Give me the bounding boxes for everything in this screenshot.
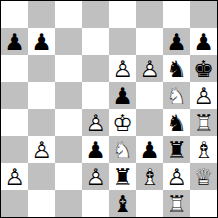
piece-white-pawn[interactable]: ♟♙ [136,55,163,82]
square-b6[interactable] [28,55,55,82]
piece-black-pawn[interactable]: ♟ [136,136,163,163]
square-d4[interactable]: ♟♙ [82,109,109,136]
square-f7[interactable] [136,28,163,55]
piece-glyph: ♙ [1,163,28,190]
piece-black-pawn[interactable]: ♟ [109,82,136,109]
piece-glyph: ♙ [190,82,217,109]
square-a1[interactable] [1,190,28,217]
square-g1[interactable]: ♜♖ [163,190,190,217]
square-f2[interactable]: ♝♗ [136,163,163,190]
square-h1[interactable] [190,190,217,217]
piece-black-bishop[interactable]: ♝ [109,190,136,217]
square-h3[interactable]: ♝♗ [190,136,217,163]
square-g4[interactable]: ♞ [163,109,190,136]
piece-glyph: ♘ [109,136,136,163]
piece-black-rook[interactable]: ♜ [109,163,136,190]
piece-glyph: ♘ [163,82,190,109]
square-d2[interactable]: ♟♙ [82,163,109,190]
square-a8[interactable] [1,1,28,28]
square-f3[interactable]: ♟ [136,136,163,163]
piece-black-pawn[interactable]: ♟ [28,28,55,55]
piece-black-knight[interactable]: ♞ [163,109,190,136]
square-a3[interactable] [1,136,28,163]
piece-white-pawn[interactable]: ♟♙ [28,136,55,163]
piece-black-pawn[interactable]: ♟ [163,28,190,55]
square-d6[interactable] [82,55,109,82]
piece-glyph: ♖ [163,190,190,217]
piece-glyph: ♕ [190,163,217,190]
square-f5[interactable] [136,82,163,109]
piece-glyph: ♔ [109,109,136,136]
square-e8[interactable] [109,1,136,28]
square-e6[interactable]: ♟♙ [109,55,136,82]
square-g5[interactable]: ♞♘ [163,82,190,109]
square-e7[interactable] [109,28,136,55]
square-a4[interactable] [1,109,28,136]
square-d1[interactable] [82,190,109,217]
square-e1[interactable]: ♝ [109,190,136,217]
square-h5[interactable]: ♟♙ [190,82,217,109]
square-b3[interactable]: ♟♙ [28,136,55,163]
square-f1[interactable] [136,190,163,217]
square-h2[interactable]: ♛♕ [190,163,217,190]
square-c1[interactable] [55,190,82,217]
square-e3[interactable]: ♞♘ [109,136,136,163]
square-e2[interactable]: ♜ [109,163,136,190]
piece-white-rook[interactable]: ♜♖ [163,190,190,217]
square-b5[interactable] [28,82,55,109]
square-d7[interactable] [82,28,109,55]
piece-black-pawn[interactable]: ♟ [1,28,28,55]
piece-white-knight[interactable]: ♞♘ [109,136,136,163]
square-f4[interactable] [136,109,163,136]
square-h4[interactable]: ♜♖ [190,109,217,136]
chess-board: ♟♟♟♟♟♙♟♙♞♚♟♞♘♟♙♟♙♚♔♞♜♖♟♙♟♞♘♟♜♝♗♟♙♟♙♜♝♗♟♙… [0,0,218,218]
square-f6[interactable]: ♟♙ [136,55,163,82]
piece-glyph: ♙ [163,163,190,190]
square-c4[interactable] [55,109,82,136]
square-b1[interactable] [28,190,55,217]
piece-white-queen[interactable]: ♛♕ [190,163,217,190]
square-a2[interactable]: ♟♙ [1,163,28,190]
square-d8[interactable] [82,1,109,28]
piece-white-bishop[interactable]: ♝♗ [136,163,163,190]
piece-black-rook[interactable]: ♜ [163,136,190,163]
piece-white-rook[interactable]: ♜♖ [190,109,217,136]
square-d3[interactable]: ♟ [82,136,109,163]
square-a6[interactable] [1,55,28,82]
piece-black-knight[interactable]: ♞ [163,55,190,82]
square-g8[interactable] [163,1,190,28]
piece-white-pawn[interactable]: ♟♙ [190,82,217,109]
square-g2[interactable]: ♟♙ [163,163,190,190]
piece-black-pawn[interactable]: ♟ [82,136,109,163]
piece-glyph: ♙ [109,55,136,82]
piece-white-pawn[interactable]: ♟♙ [163,163,190,190]
piece-white-knight[interactable]: ♞♘ [163,82,190,109]
piece-glyph: ♙ [28,136,55,163]
square-c2[interactable] [55,163,82,190]
piece-white-king[interactable]: ♚♔ [109,109,136,136]
piece-white-pawn[interactable]: ♟♙ [109,55,136,82]
square-g6[interactable]: ♞ [163,55,190,82]
piece-white-pawn[interactable]: ♟♙ [82,163,109,190]
square-b2[interactable] [28,163,55,190]
square-c7[interactable] [55,28,82,55]
piece-glyph: ♙ [82,109,109,136]
square-a7[interactable]: ♟ [1,28,28,55]
piece-glyph: ♖ [190,109,217,136]
square-g7[interactable]: ♟ [163,28,190,55]
square-c6[interactable] [55,55,82,82]
square-h8[interactable] [190,1,217,28]
piece-black-pawn[interactable]: ♟ [190,28,217,55]
square-c8[interactable] [55,1,82,28]
square-g3[interactable]: ♜ [163,136,190,163]
square-b7[interactable]: ♟ [28,28,55,55]
square-e4[interactable]: ♚♔ [109,109,136,136]
piece-glyph: ♙ [136,55,163,82]
square-e5[interactable]: ♟ [109,82,136,109]
square-c3[interactable] [55,136,82,163]
square-d5[interactable] [82,82,109,109]
square-f8[interactable] [136,1,163,28]
square-b4[interactable] [28,109,55,136]
piece-white-pawn[interactable]: ♟♙ [82,109,109,136]
piece-glyph: ♙ [82,163,109,190]
square-h6[interactable]: ♚ [190,55,217,82]
square-h7[interactable]: ♟ [190,28,217,55]
square-b8[interactable] [28,1,55,28]
piece-white-pawn[interactable]: ♟♙ [1,163,28,190]
piece-glyph: ♗ [190,136,217,163]
piece-black-king[interactable]: ♚ [190,55,217,82]
square-a5[interactable] [1,82,28,109]
piece-white-bishop[interactable]: ♝♗ [190,136,217,163]
piece-glyph: ♗ [136,163,163,190]
square-c5[interactable] [55,82,82,109]
